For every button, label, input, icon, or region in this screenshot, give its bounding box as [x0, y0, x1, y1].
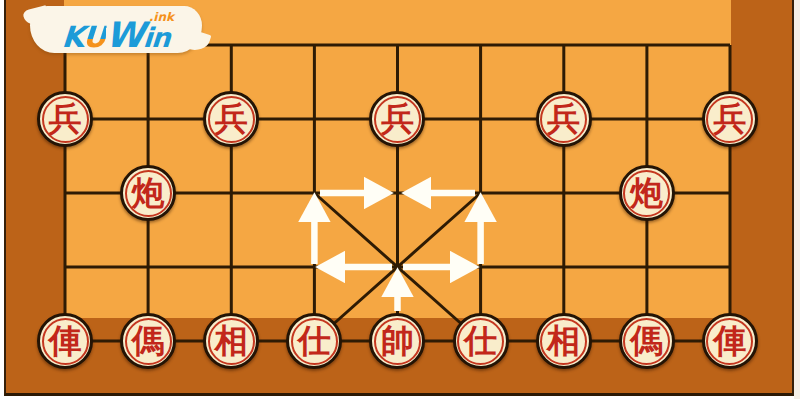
piece-glyph: 仕 — [464, 324, 497, 357]
piece-red-soldier[interactable]: 兵 — [369, 91, 425, 147]
piece-glyph: 仕 — [298, 324, 331, 357]
logo-letter-u: U — [82, 20, 107, 54]
piece-red-elephant[interactable]: 相 — [203, 313, 259, 369]
piece-glyph: 兵 — [49, 102, 82, 135]
piece-glyph: 炮 — [630, 176, 663, 209]
logo-banner: KUWin .ink — [30, 6, 202, 53]
piece-glyph: 兵 — [547, 102, 580, 135]
piece-red-horse[interactable]: 傌 — [619, 313, 675, 369]
piece-glyph: 兵 — [381, 102, 414, 135]
board[interactable]: 兵兵兵兵兵炮炮俥傌相仕帥仕相傌俥 — [24, 8, 772, 378]
piece-glyph: 傌 — [630, 324, 663, 357]
logo-letter-w: W — [104, 15, 144, 55]
piece-glyph: 兵 — [215, 102, 248, 135]
piece-glyph: 炮 — [132, 176, 165, 209]
piece-glyph: 傌 — [132, 324, 165, 357]
piece-glyph: 相 — [547, 324, 580, 357]
piece-red-advisor[interactable]: 仕 — [286, 313, 342, 369]
logo-letter-k: K — [61, 20, 84, 54]
piece-glyph: 帥 — [381, 324, 414, 357]
piece-red-soldier[interactable]: 兵 — [536, 91, 592, 147]
xiangqi-screenshot: 兵兵兵兵兵炮炮俥傌相仕帥仕相傌俥 KUWin .ink — [0, 0, 800, 400]
logo-letters-in: in — [142, 22, 171, 53]
piece-red-cannon[interactable]: 炮 — [619, 165, 675, 221]
piece-red-soldier[interactable]: 兵 — [702, 91, 758, 147]
piece-red-elephant[interactable]: 相 — [536, 313, 592, 369]
logo-suffix: .ink — [149, 10, 174, 24]
piece-red-horse[interactable]: 傌 — [120, 313, 176, 369]
piece-red-chariot[interactable]: 俥 — [37, 313, 93, 369]
piece-red-soldier[interactable]: 兵 — [37, 91, 93, 147]
piece-red-advisor[interactable]: 仕 — [453, 313, 509, 369]
piece-red-soldier[interactable]: 兵 — [203, 91, 259, 147]
piece-glyph: 相 — [215, 324, 248, 357]
piece-glyph: 俥 — [49, 324, 82, 357]
logo-text: KUWin — [29, 15, 204, 55]
piece-glyph: 兵 — [713, 102, 746, 135]
piece-red-chariot[interactable]: 俥 — [702, 313, 758, 369]
piece-red-cannon[interactable]: 炮 — [120, 165, 176, 221]
piece-red-general[interactable]: 帥 — [369, 313, 425, 369]
piece-glyph: 俥 — [713, 324, 746, 357]
